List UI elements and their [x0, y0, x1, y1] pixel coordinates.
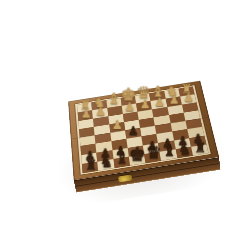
square-a8: ♜ — [191, 144, 209, 155]
white-knight: ♞ — [166, 84, 178, 98]
square-c4 — [154, 115, 171, 126]
square-h6 — [80, 144, 96, 155]
square-e8: ♚ — [129, 154, 146, 166]
white-bishop: ♝ — [107, 91, 120, 106]
square-e6 — [126, 137, 143, 148]
square-d8: ♛ — [144, 152, 161, 164]
square-c6 — [157, 132, 174, 143]
square-e5: ♟ — [125, 128, 141, 139]
square-b7: ♟ — [173, 138, 190, 149]
square-a4 — [183, 110, 200, 121]
chess-board-grid: ♜♞♝♚♛♝♞♜♟♟♟♟♟♟♟♟♟♟♟♟♟♟♟♟♜♞♝♚♛♝♞♜ — [77, 87, 208, 174]
square-g8: ♞ — [97, 159, 114, 171]
white-knight: ♞ — [93, 95, 105, 109]
white-rook: ♜ — [79, 98, 90, 111]
square-f8: ♝ — [113, 157, 130, 169]
white-rook: ♜ — [181, 82, 192, 95]
square-g4 — [94, 124, 110, 135]
square-c8: ♝ — [160, 149, 177, 161]
square-h4 — [79, 127, 95, 138]
brass-clasp — [118, 175, 132, 183]
white-bishop: ♝ — [151, 85, 164, 100]
square-d7: ♟ — [143, 143, 160, 154]
square-b8: ♞ — [175, 147, 193, 158]
square-b4 — [168, 113, 185, 124]
square-d3 — [137, 109, 153, 119]
chess-set-photo: ♜♞♝♚♛♝♞♜♟♟♟♟♟♟♟♟♟♟♟♟♟♟♟♟♜♞♝♚♛♝♞♜ — [60, 48, 220, 208]
square-h8: ♜ — [82, 161, 98, 173]
board-3d: ♜♞♝♚♛♝♞♜♟♟♟♟♟♟♟♟♟♟♟♟♟♟♟♟♜♞♝♚♛♝♞♜ — [68, 81, 219, 180]
square-f4: ♟ — [109, 122, 125, 133]
